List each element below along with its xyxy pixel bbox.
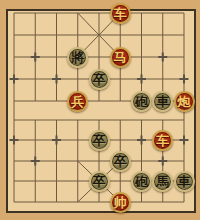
piece-black-cannon[interactable]: 砲 (131, 91, 152, 112)
piece-red-cannon[interactable]: 炮 (174, 91, 195, 112)
piece-black-soldier[interactable]: 卒 (89, 130, 110, 151)
piece-black-soldier[interactable]: 卒 (89, 171, 110, 192)
piece-red-chariot[interactable]: 车 (152, 130, 173, 151)
xiangqi-board[interactable]: 车將马卒兵砲車炮卒车卒卒砲馬車帅 (0, 0, 200, 220)
piece-black-horse[interactable]: 馬 (152, 171, 173, 192)
piece-black-soldier[interactable]: 卒 (89, 69, 110, 90)
piece-black-chariot[interactable]: 車 (174, 171, 195, 192)
piece-black-soldier[interactable]: 卒 (110, 151, 131, 172)
piece-red-general[interactable]: 帅 (110, 192, 131, 213)
piece-red-soldier[interactable]: 兵 (67, 91, 88, 112)
piece-red-chariot[interactable]: 车 (110, 3, 131, 24)
piece-red-horse[interactable]: 马 (110, 47, 131, 68)
piece-black-cannon[interactable]: 砲 (131, 171, 152, 192)
piece-black-chariot[interactable]: 車 (152, 91, 173, 112)
piece-black-general[interactable]: 將 (67, 47, 88, 68)
